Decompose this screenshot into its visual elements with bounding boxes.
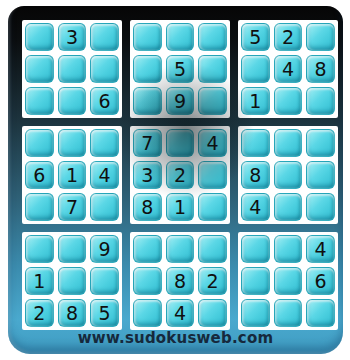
cell-r9c8[interactable]	[274, 299, 303, 327]
cell-r7c9[interactable]: 4	[306, 235, 335, 263]
cell-r1c2[interactable]: 3	[58, 23, 87, 51]
cell-r7c7[interactable]	[241, 235, 270, 263]
cell-r4c8[interactable]	[274, 129, 303, 157]
cell-r8c1[interactable]: 1	[25, 267, 54, 295]
cell-r3c6[interactable]	[198, 87, 227, 115]
cell-r9c2[interactable]: 8	[58, 299, 87, 327]
cell-r1c1[interactable]	[25, 23, 54, 51]
cell-r7c2[interactable]	[58, 235, 87, 263]
cell-r4c7[interactable]	[241, 129, 270, 157]
cell-r4c9[interactable]	[306, 129, 335, 157]
cell-r6c2[interactable]: 7	[58, 193, 87, 221]
cell-r6c8[interactable]	[274, 193, 303, 221]
cell-r7c4[interactable]	[133, 235, 162, 263]
cell-r3c3[interactable]: 6	[90, 87, 119, 115]
cell-r4c6[interactable]: 4	[198, 129, 227, 157]
cell-r2c4[interactable]	[133, 55, 162, 83]
cell-r3c2[interactable]	[58, 87, 87, 115]
cell-r8c4[interactable]	[133, 267, 162, 295]
cell-r9c3[interactable]: 5	[90, 299, 119, 327]
cell-r6c4[interactable]: 8	[133, 193, 162, 221]
cell-r6c9[interactable]	[306, 193, 335, 221]
board-frame: 3659524816147743281849128582446 www.sudo…	[8, 6, 343, 354]
box-4: 6147	[22, 126, 122, 224]
cell-r3c1[interactable]	[25, 87, 54, 115]
cell-r4c3[interactable]	[90, 129, 119, 157]
sudoku-page: 3659524816147743281849128582446 www.sudo…	[0, 0, 350, 360]
cell-r8c2[interactable]	[58, 267, 87, 295]
cell-r2c6[interactable]	[198, 55, 227, 83]
box-1: 36	[22, 20, 122, 118]
cell-r1c7[interactable]: 5	[241, 23, 270, 51]
sudoku-board: 3659524816147743281849128582446	[22, 20, 338, 330]
cell-r8c9[interactable]: 6	[306, 267, 335, 295]
cell-r1c8[interactable]: 2	[274, 23, 303, 51]
cell-r2c9[interactable]: 8	[306, 55, 335, 83]
cell-r8c3[interactable]	[90, 267, 119, 295]
cell-r5c8[interactable]	[274, 161, 303, 189]
cell-r7c1[interactable]	[25, 235, 54, 263]
cell-r4c5[interactable]	[166, 129, 195, 157]
cell-r2c3[interactable]	[90, 55, 119, 83]
footer-url: www.sudokusweb.com	[8, 329, 343, 347]
cell-r3c8[interactable]	[274, 87, 303, 115]
cell-r3c4[interactable]	[133, 87, 162, 115]
cell-r7c3[interactable]: 9	[90, 235, 119, 263]
cell-r6c3[interactable]	[90, 193, 119, 221]
cell-r8c6[interactable]: 2	[198, 267, 227, 295]
box-2: 59	[130, 20, 230, 118]
cell-r4c4[interactable]: 7	[133, 129, 162, 157]
box-7: 91285	[22, 232, 122, 330]
cell-r1c6[interactable]	[198, 23, 227, 51]
cell-r2c7[interactable]	[241, 55, 270, 83]
cell-r7c6[interactable]	[198, 235, 227, 263]
cell-r9c9[interactable]	[306, 299, 335, 327]
cell-r7c8[interactable]	[274, 235, 303, 263]
box-5: 743281	[130, 126, 230, 224]
cell-r6c5[interactable]: 1	[166, 193, 195, 221]
box-9: 46	[238, 232, 338, 330]
cell-r5c2[interactable]: 1	[58, 161, 87, 189]
cell-r5c6[interactable]	[198, 161, 227, 189]
cell-r9c4[interactable]	[133, 299, 162, 327]
cell-r3c9[interactable]	[306, 87, 335, 115]
cell-r1c4[interactable]	[133, 23, 162, 51]
cell-r5c4[interactable]: 3	[133, 161, 162, 189]
cell-r3c5[interactable]: 9	[166, 87, 195, 115]
box-6: 84	[238, 126, 338, 224]
cell-r2c2[interactable]	[58, 55, 87, 83]
cell-r1c5[interactable]	[166, 23, 195, 51]
cell-r9c7[interactable]	[241, 299, 270, 327]
cell-r9c6[interactable]	[198, 299, 227, 327]
cell-r7c5[interactable]	[166, 235, 195, 263]
cell-r3c7[interactable]: 1	[241, 87, 270, 115]
cell-r5c9[interactable]	[306, 161, 335, 189]
box-8: 824	[130, 232, 230, 330]
cell-r5c7[interactable]: 8	[241, 161, 270, 189]
cell-r6c1[interactable]	[25, 193, 54, 221]
cell-r1c9[interactable]	[306, 23, 335, 51]
cell-r9c5[interactable]: 4	[166, 299, 195, 327]
cell-r6c6[interactable]	[198, 193, 227, 221]
cell-r5c1[interactable]: 6	[25, 161, 54, 189]
cell-r1c3[interactable]	[90, 23, 119, 51]
box-3: 52481	[238, 20, 338, 118]
cell-r8c5[interactable]: 8	[166, 267, 195, 295]
cell-r2c5[interactable]: 5	[166, 55, 195, 83]
cell-r4c2[interactable]	[58, 129, 87, 157]
cell-r4c1[interactable]	[25, 129, 54, 157]
cell-r5c5[interactable]: 2	[166, 161, 195, 189]
cell-r8c8[interactable]	[274, 267, 303, 295]
cell-r9c1[interactable]: 2	[25, 299, 54, 327]
cell-r2c8[interactable]: 4	[274, 55, 303, 83]
cell-r5c3[interactable]: 4	[90, 161, 119, 189]
cell-r8c7[interactable]	[241, 267, 270, 295]
cell-r6c7[interactable]: 4	[241, 193, 270, 221]
cell-r2c1[interactable]	[25, 55, 54, 83]
